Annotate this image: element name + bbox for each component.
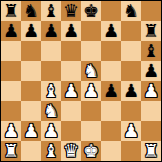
square-e3[interactable] [81, 101, 101, 121]
white-queen[interactable]: ♛ [63, 141, 79, 161]
square-d8[interactable]: ♛ [61, 1, 81, 21]
square-e8[interactable]: ♚ [81, 1, 101, 21]
square-b6[interactable] [21, 41, 41, 61]
black-pawn[interactable]: ♟ [123, 81, 139, 101]
white-pawn[interactable]: ♟ [123, 121, 139, 141]
square-a7[interactable]: ♟ [1, 21, 21, 41]
black-pawn[interactable]: ♟ [103, 81, 119, 101]
square-d2[interactable] [61, 121, 81, 141]
white-pawn[interactable]: ♟ [23, 121, 39, 141]
black-pawn[interactable]: ♟ [63, 21, 79, 41]
square-f6[interactable] [101, 41, 121, 61]
white-bishop[interactable]: ♝ [43, 81, 59, 101]
white-pawn[interactable]: ♟ [43, 121, 59, 141]
black-knight[interactable]: ♞ [123, 1, 139, 21]
black-rook[interactable]: ♜ [143, 21, 159, 41]
square-h7[interactable]: ♜ [141, 21, 161, 41]
square-f4[interactable]: ♟ [101, 81, 121, 101]
square-g6[interactable] [121, 41, 141, 61]
white-pawn[interactable]: ♟ [63, 81, 79, 101]
square-d6[interactable] [61, 41, 81, 61]
square-f7[interactable]: ♟ [101, 21, 121, 41]
black-queen[interactable]: ♛ [63, 1, 79, 21]
white-pawn[interactable]: ♟ [83, 81, 99, 101]
square-g8[interactable]: ♞ [121, 1, 141, 21]
chess-board: ♜♞♝♛♚♞♟♟♟♟♟♜♝♞♟♝♟♟♟♟♟♞♟♟♟♟♜♝♛♚♜ [1, 1, 161, 161]
square-b2[interactable]: ♟ [21, 121, 41, 141]
square-g7[interactable] [121, 21, 141, 41]
square-b3[interactable] [21, 101, 41, 121]
square-d7[interactable]: ♟ [61, 21, 81, 41]
square-h8[interactable] [141, 1, 161, 21]
black-king[interactable]: ♚ [83, 1, 99, 21]
black-pawn[interactable]: ♟ [3, 21, 19, 41]
white-king[interactable]: ♚ [83, 141, 99, 161]
square-a6[interactable] [1, 41, 21, 61]
chess-board-frame: ♜♞♝♛♚♞♟♟♟♟♟♜♝♞♟♝♟♟♟♟♟♞♟♟♟♟♜♝♛♚♜ [0, 0, 162, 162]
square-b5[interactable] [21, 61, 41, 81]
white-knight[interactable]: ♞ [43, 101, 59, 121]
white-rook[interactable]: ♜ [143, 141, 159, 161]
square-d1[interactable]: ♛ [61, 141, 81, 161]
square-f2[interactable] [101, 121, 121, 141]
square-h2[interactable] [141, 121, 161, 141]
square-c3[interactable]: ♞ [41, 101, 61, 121]
square-g4[interactable]: ♟ [121, 81, 141, 101]
black-rook[interactable]: ♜ [3, 1, 19, 21]
square-d5[interactable] [61, 61, 81, 81]
white-rook[interactable]: ♜ [3, 141, 19, 161]
square-f8[interactable] [101, 1, 121, 21]
square-a3[interactable] [1, 101, 21, 121]
square-g5[interactable] [121, 61, 141, 81]
black-pawn[interactable]: ♟ [43, 21, 59, 41]
white-pawn[interactable]: ♟ [3, 121, 19, 141]
black-pawn[interactable]: ♟ [143, 61, 159, 81]
square-g2[interactable]: ♟ [121, 121, 141, 141]
square-e2[interactable] [81, 121, 101, 141]
square-e4[interactable]: ♟ [81, 81, 101, 101]
square-b1[interactable] [21, 141, 41, 161]
square-h4[interactable]: ♟ [141, 81, 161, 101]
square-h5[interactable]: ♟ [141, 61, 161, 81]
square-c5[interactable] [41, 61, 61, 81]
square-h1[interactable]: ♜ [141, 141, 161, 161]
white-bishop[interactable]: ♝ [43, 141, 59, 161]
square-e5[interactable]: ♞ [81, 61, 101, 81]
square-b7[interactable]: ♟ [21, 21, 41, 41]
square-a1[interactable]: ♜ [1, 141, 21, 161]
square-g1[interactable] [121, 141, 141, 161]
square-c4[interactable]: ♝ [41, 81, 61, 101]
square-c7[interactable]: ♟ [41, 21, 61, 41]
square-d3[interactable] [61, 101, 81, 121]
square-a4[interactable] [1, 81, 21, 101]
square-h6[interactable]: ♝ [141, 41, 161, 61]
white-pawn[interactable]: ♟ [143, 81, 159, 101]
square-c2[interactable]: ♟ [41, 121, 61, 141]
square-f5[interactable] [101, 61, 121, 81]
square-a8[interactable]: ♜ [1, 1, 21, 21]
square-e7[interactable] [81, 21, 101, 41]
square-a2[interactable]: ♟ [1, 121, 21, 141]
black-bishop[interactable]: ♝ [43, 1, 59, 21]
black-knight[interactable]: ♞ [23, 1, 39, 21]
square-b8[interactable]: ♞ [21, 1, 41, 21]
square-b4[interactable] [21, 81, 41, 101]
square-c1[interactable]: ♝ [41, 141, 61, 161]
square-d4[interactable]: ♟ [61, 81, 81, 101]
square-e6[interactable] [81, 41, 101, 61]
white-knight[interactable]: ♞ [83, 61, 99, 81]
square-h3[interactable] [141, 101, 161, 121]
square-e1[interactable]: ♚ [81, 141, 101, 161]
square-f3[interactable] [101, 101, 121, 121]
square-f1[interactable] [101, 141, 121, 161]
square-c8[interactable]: ♝ [41, 1, 61, 21]
square-a5[interactable] [1, 61, 21, 81]
square-g3[interactable] [121, 101, 141, 121]
black-pawn[interactable]: ♟ [103, 21, 119, 41]
black-bishop[interactable]: ♝ [143, 41, 159, 61]
square-c6[interactable] [41, 41, 61, 61]
black-pawn[interactable]: ♟ [23, 21, 39, 41]
